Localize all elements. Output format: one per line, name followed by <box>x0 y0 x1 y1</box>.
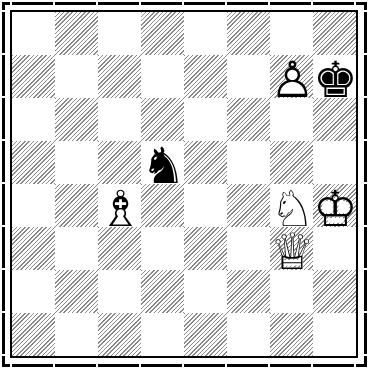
square-g5[interactable] <box>270 141 313 184</box>
square-e4[interactable] <box>184 184 227 227</box>
square-g1[interactable] <box>270 313 313 356</box>
square-h1[interactable] <box>313 313 356 356</box>
square-d5[interactable]: ♞ <box>141 141 184 184</box>
square-g4[interactable]: ♞♘ <box>270 184 313 227</box>
square-h7[interactable]: ♚ <box>313 55 356 98</box>
chess-diagram: ♟♙♚♞♝♗♞♘♚♔♛♕ <box>0 0 369 369</box>
square-f8[interactable] <box>227 12 270 55</box>
square-h3[interactable] <box>313 227 356 270</box>
square-a7[interactable] <box>12 55 55 98</box>
piece-black-knight[interactable]: ♞ <box>141 141 184 184</box>
piece-white-bishop[interactable]: ♝♗ <box>98 184 141 227</box>
square-d7[interactable] <box>141 55 184 98</box>
square-f7[interactable] <box>227 55 270 98</box>
square-d4[interactable] <box>141 184 184 227</box>
piece-black-king[interactable]: ♚ <box>313 55 356 98</box>
square-e2[interactable] <box>184 270 227 313</box>
outer-border-ticks-top <box>10 2 356 5</box>
square-c4[interactable]: ♝♗ <box>98 184 141 227</box>
square-g7[interactable]: ♟♙ <box>270 55 313 98</box>
piece-white-knight[interactable]: ♞♘ <box>270 184 313 227</box>
square-b2[interactable] <box>55 270 98 313</box>
square-f5[interactable] <box>227 141 270 184</box>
square-f2[interactable] <box>227 270 270 313</box>
square-b6[interactable] <box>55 98 98 141</box>
square-c1[interactable] <box>98 313 141 356</box>
square-e6[interactable] <box>184 98 227 141</box>
square-g2[interactable] <box>270 270 313 313</box>
square-c7[interactable] <box>98 55 141 98</box>
square-c8[interactable] <box>98 12 141 55</box>
outer-border-ticks-bottom <box>10 364 356 367</box>
square-g8[interactable] <box>270 12 313 55</box>
piece-white-king[interactable]: ♚♔ <box>313 184 356 227</box>
piece-white-queen[interactable]: ♛♕ <box>270 227 313 270</box>
square-f3[interactable] <box>227 227 270 270</box>
square-h8[interactable] <box>313 12 356 55</box>
square-c5[interactable] <box>98 141 141 184</box>
square-a5[interactable] <box>12 141 55 184</box>
square-a4[interactable] <box>12 184 55 227</box>
square-b4[interactable] <box>55 184 98 227</box>
square-b3[interactable] <box>55 227 98 270</box>
square-f6[interactable] <box>227 98 270 141</box>
square-d8[interactable] <box>141 12 184 55</box>
outer-border-ticks-right <box>364 10 367 356</box>
square-h4[interactable]: ♚♔ <box>313 184 356 227</box>
square-f1[interactable] <box>227 313 270 356</box>
square-a8[interactable] <box>12 12 55 55</box>
square-h2[interactable] <box>313 270 356 313</box>
square-h5[interactable] <box>313 141 356 184</box>
square-d2[interactable] <box>141 270 184 313</box>
square-f4[interactable] <box>227 184 270 227</box>
square-b1[interactable] <box>55 313 98 356</box>
square-e8[interactable] <box>184 12 227 55</box>
board-inner-border: ♟♙♚♞♝♗♞♘♚♔♛♕ <box>10 10 358 358</box>
outer-border-ticks-left <box>2 10 5 356</box>
square-e5[interactable] <box>184 141 227 184</box>
square-a2[interactable] <box>12 270 55 313</box>
square-d6[interactable] <box>141 98 184 141</box>
square-e3[interactable] <box>184 227 227 270</box>
chessboard: ♟♙♚♞♝♗♞♘♚♔♛♕ <box>12 12 356 356</box>
square-a3[interactable] <box>12 227 55 270</box>
piece-white-pawn[interactable]: ♟♙ <box>270 55 313 98</box>
square-e7[interactable] <box>184 55 227 98</box>
square-d1[interactable] <box>141 313 184 356</box>
square-g3[interactable]: ♛♕ <box>270 227 313 270</box>
square-g6[interactable] <box>270 98 313 141</box>
square-b8[interactable] <box>55 12 98 55</box>
square-b5[interactable] <box>55 141 98 184</box>
square-b7[interactable] <box>55 55 98 98</box>
square-a6[interactable] <box>12 98 55 141</box>
square-h6[interactable] <box>313 98 356 141</box>
square-c2[interactable] <box>98 270 141 313</box>
square-a1[interactable] <box>12 313 55 356</box>
square-d3[interactable] <box>141 227 184 270</box>
square-c3[interactable] <box>98 227 141 270</box>
square-e1[interactable] <box>184 313 227 356</box>
square-c6[interactable] <box>98 98 141 141</box>
